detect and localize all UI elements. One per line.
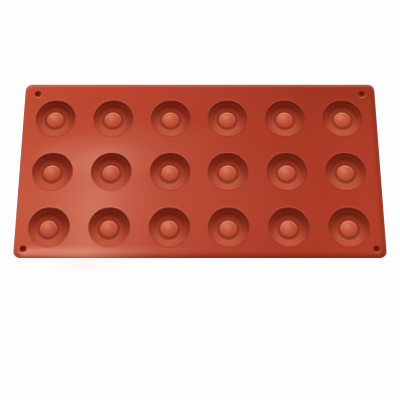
cavity-center-post bbox=[280, 221, 297, 237]
donut-cavity bbox=[35, 100, 77, 136]
cavity-grid bbox=[17, 92, 381, 256]
mold-cell bbox=[78, 199, 140, 256]
donut-cavity bbox=[321, 100, 363, 136]
donut-cavity bbox=[93, 100, 134, 136]
donut-cavity bbox=[268, 208, 311, 247]
silicone-mold-body bbox=[13, 85, 387, 258]
mold-cell bbox=[17, 199, 80, 256]
mold-cell bbox=[81, 144, 142, 199]
donut-cavity bbox=[148, 208, 190, 247]
mold-cell bbox=[141, 92, 199, 144]
product-photo bbox=[0, 0, 400, 400]
donut-cavity bbox=[208, 100, 248, 136]
donut-cavity bbox=[27, 208, 71, 247]
donut-cavity bbox=[90, 153, 132, 190]
mold-cell bbox=[312, 92, 372, 144]
cavity-center-post bbox=[340, 221, 358, 237]
cavity-center-post bbox=[160, 221, 177, 237]
mold-cell bbox=[83, 92, 142, 144]
donut-cavity bbox=[327, 208, 371, 247]
cavity-center-post bbox=[102, 166, 119, 181]
cavity-center-post bbox=[333, 112, 350, 126]
cavity-center-post bbox=[276, 112, 293, 126]
mold-cell bbox=[140, 144, 199, 199]
mold-cell bbox=[317, 199, 380, 256]
mold-cell bbox=[257, 144, 318, 199]
mold-cell bbox=[199, 144, 258, 199]
mold-cell bbox=[199, 199, 260, 256]
cavity-center-post bbox=[162, 112, 178, 126]
cavity-center-post bbox=[105, 112, 122, 126]
donut-cavity bbox=[324, 153, 367, 190]
cavity-center-post bbox=[100, 221, 117, 237]
cavity-center-post bbox=[220, 166, 237, 181]
donut-cavity bbox=[265, 100, 306, 136]
cavity-center-post bbox=[219, 112, 235, 126]
mold-cell bbox=[256, 92, 315, 144]
donut-cavity bbox=[31, 153, 74, 190]
cavity-center-post bbox=[220, 221, 237, 237]
mold-cell bbox=[199, 92, 257, 144]
mold-cell bbox=[315, 144, 377, 199]
donut-cavity bbox=[150, 100, 190, 136]
donut-cavity bbox=[149, 153, 190, 190]
donut-cavity bbox=[208, 208, 250, 247]
cavity-center-post bbox=[278, 166, 295, 181]
mold-cell bbox=[258, 199, 320, 256]
mold-cell bbox=[138, 199, 199, 256]
cavity-center-post bbox=[336, 166, 353, 181]
cavity-center-post bbox=[47, 112, 64, 126]
cavity-center-post bbox=[161, 166, 178, 181]
donut-cavity bbox=[87, 208, 130, 247]
cavity-center-post bbox=[44, 166, 61, 181]
mold-perspective-wrap bbox=[13, 85, 387, 258]
donut-cavity bbox=[266, 153, 308, 190]
donut-cavity bbox=[208, 153, 249, 190]
mold-cell bbox=[21, 144, 83, 199]
mold-cell bbox=[25, 92, 85, 144]
cavity-center-post bbox=[40, 221, 58, 237]
